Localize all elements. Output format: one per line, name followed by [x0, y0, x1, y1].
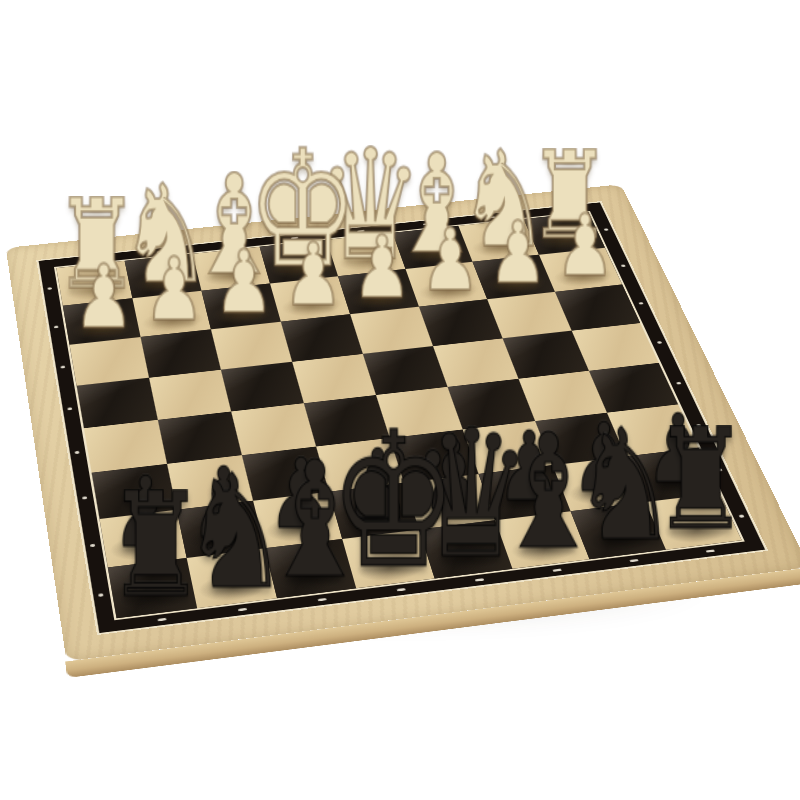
chess-board: ♜♞♝♚♛♝♞♜♟♟♟♟♟♟♟♟♟♟♟♟♟♟♟♟♜♞♝♚♛♝♞♜ — [6, 184, 800, 661]
board-grid: ♜♞♝♚♛♝♞♜♟♟♟♟♟♟♟♟♟♟♟♟♟♟♟♟♜♞♝♚♛♝♞♜ — [54, 211, 745, 620]
coordinate-mark — [475, 578, 484, 581]
square-c3[interactable] — [419, 299, 503, 346]
square-h8[interactable]: ♜ — [108, 558, 197, 618]
square-g3[interactable] — [141, 329, 221, 377]
square-h4[interactable] — [77, 378, 158, 429]
coordinate-mark — [638, 302, 643, 305]
board-frame: ♜♞♝♚♛♝♞♜♟♟♟♟♟♟♟♟♟♟♟♟♟♟♟♟♜♞♝♚♛♝♞♜ — [36, 201, 768, 635]
coordinate-mark — [157, 618, 166, 622]
coordinate-mark — [318, 598, 327, 602]
coordinate-mark — [676, 382, 682, 385]
product-photo: ♜♞♝♚♛♝♞♜♟♟♟♟♟♟♟♟♟♟♟♟♟♟♟♟♜♞♝♚♛♝♞♜ — [0, 0, 800, 800]
coordinate-mark — [75, 451, 80, 454]
coordinate-mark — [553, 569, 562, 572]
coordinate-mark — [657, 341, 663, 344]
coordinate-mark — [397, 588, 406, 592]
coordinate-mark — [238, 608, 247, 612]
square-f4[interactable] — [221, 362, 304, 412]
piece-wP-h2[interactable]: ♟ — [36, 261, 170, 331]
piece-bR-h8[interactable]: ♜ — [79, 489, 232, 605]
coordinate-mark — [629, 559, 638, 562]
coordinate-mark — [60, 366, 65, 369]
photo-scene: ♜♞♝♚♛♝♞♜♟♟♟♟♟♟♟♟♟♟♟♟♟♟♟♟♜♞♝♚♛♝♞♜ — [0, 0, 800, 800]
square-a4[interactable] — [572, 323, 659, 371]
square-e3[interactable] — [281, 314, 363, 361]
coordinate-mark — [706, 549, 715, 552]
coordinate-mark — [67, 407, 72, 410]
